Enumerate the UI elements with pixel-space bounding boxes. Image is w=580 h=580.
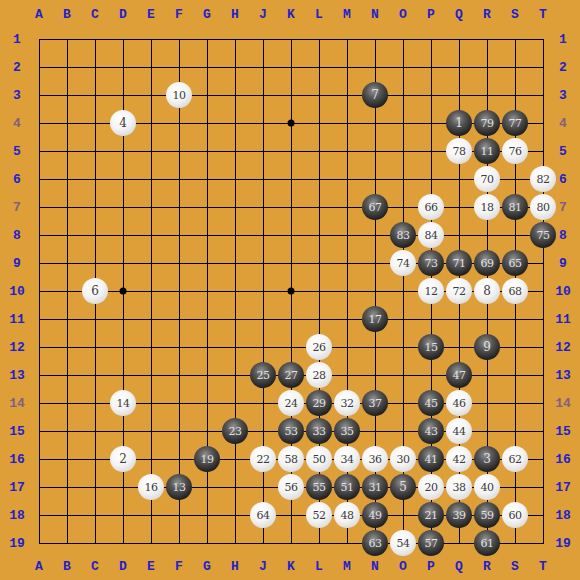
move-number: 61 xyxy=(481,538,494,549)
move-number: 80 xyxy=(537,202,550,213)
stone-white-p10[interactable]: 12 xyxy=(418,278,444,304)
stone-black-g16[interactable]: 19 xyxy=(194,446,220,472)
move-number: 60 xyxy=(509,510,522,521)
row-label-left-13: 13 xyxy=(9,369,25,382)
stone-white-e17[interactable]: 16 xyxy=(138,474,164,500)
col-label-bottom-O: O xyxy=(399,560,407,573)
row-label-right-16: 16 xyxy=(555,453,571,466)
move-number: 45 xyxy=(425,398,438,409)
row-label-right-7: 7 xyxy=(559,201,567,214)
stone-black-r12[interactable]: 9 xyxy=(474,334,500,360)
row-label-left-9: 9 xyxy=(13,257,21,270)
move-number: 56 xyxy=(285,482,298,493)
row-label-left-15: 15 xyxy=(9,425,25,438)
move-number: 5 xyxy=(399,481,407,493)
stone-black-r16[interactable]: 3 xyxy=(474,446,500,472)
stone-white-p7[interactable]: 66 xyxy=(418,194,444,220)
stone-white-j16[interactable]: 22 xyxy=(250,446,276,472)
stone-black-l15[interactable]: 33 xyxy=(306,418,332,444)
col-label-top-Q: Q xyxy=(455,8,463,21)
move-number: 13 xyxy=(173,482,186,493)
move-number: 72 xyxy=(453,286,466,297)
stone-white-q10[interactable]: 72 xyxy=(446,278,472,304)
stone-black-p16[interactable]: 41 xyxy=(418,446,444,472)
row-label-left-18: 18 xyxy=(9,509,25,522)
stone-black-k15[interactable]: 53 xyxy=(278,418,304,444)
col-label-bottom-M: M xyxy=(343,560,351,573)
stone-white-l13[interactable]: 28 xyxy=(306,362,332,388)
move-number: 39 xyxy=(453,510,466,521)
row-label-right-2: 2 xyxy=(559,61,567,74)
row-label-left-2: 2 xyxy=(13,61,21,74)
move-number: 54 xyxy=(397,538,410,549)
stone-white-j18[interactable]: 64 xyxy=(250,502,276,528)
col-label-bottom-C: C xyxy=(91,560,99,573)
star-point-d10 xyxy=(120,288,127,295)
move-number: 38 xyxy=(453,482,466,493)
move-number: 64 xyxy=(257,510,270,521)
row-label-left-4: 4 xyxy=(13,117,21,130)
stone-white-s10[interactable]: 68 xyxy=(502,278,528,304)
col-label-top-G: G xyxy=(203,8,211,21)
stone-black-j13[interactable]: 25 xyxy=(250,362,276,388)
row-label-right-6: 6 xyxy=(559,173,567,186)
stone-white-o9[interactable]: 74 xyxy=(390,250,416,276)
stone-black-o17[interactable]: 5 xyxy=(390,474,416,500)
row-label-left-14: 14 xyxy=(9,397,25,410)
move-number: 12 xyxy=(425,286,438,297)
move-number: 59 xyxy=(481,510,494,521)
stone-white-d4[interactable]: 4 xyxy=(110,110,136,136)
move-number: 74 xyxy=(397,258,410,269)
col-label-top-M: M xyxy=(343,8,351,21)
stone-black-l14[interactable]: 29 xyxy=(306,390,332,416)
move-number: 41 xyxy=(425,454,438,465)
move-number: 9 xyxy=(483,341,491,353)
move-number: 19 xyxy=(201,454,214,465)
col-label-top-H: H xyxy=(231,8,239,21)
stone-black-n17[interactable]: 31 xyxy=(362,474,388,500)
move-number: 63 xyxy=(369,538,382,549)
stone-black-r5[interactable]: 11 xyxy=(474,138,500,164)
move-number: 73 xyxy=(425,258,438,269)
move-number: 67 xyxy=(369,202,382,213)
move-number: 68 xyxy=(509,286,522,297)
stone-white-q16[interactable]: 42 xyxy=(446,446,472,472)
star-point-k4 xyxy=(288,120,295,127)
move-number: 11 xyxy=(481,146,494,157)
move-number: 23 xyxy=(229,426,242,437)
move-number: 48 xyxy=(341,510,354,521)
move-number: 57 xyxy=(425,538,438,549)
col-label-top-E: E xyxy=(147,8,155,21)
col-label-bottom-P: P xyxy=(427,560,435,573)
move-number: 30 xyxy=(397,454,410,465)
move-number: 4 xyxy=(119,117,127,129)
move-number: 46 xyxy=(453,398,466,409)
stone-black-k13[interactable]: 27 xyxy=(278,362,304,388)
move-number: 62 xyxy=(509,454,522,465)
stone-white-l18[interactable]: 52 xyxy=(306,502,332,528)
row-label-left-3: 3 xyxy=(13,89,21,102)
col-label-bottom-K: K xyxy=(287,560,295,573)
col-label-bottom-G: G xyxy=(203,560,211,573)
row-label-left-10: 10 xyxy=(9,285,25,298)
stone-white-q5[interactable]: 78 xyxy=(446,138,472,164)
stone-white-s5[interactable]: 76 xyxy=(502,138,528,164)
stone-white-q15[interactable]: 44 xyxy=(446,418,472,444)
stone-black-n7[interactable]: 67 xyxy=(362,194,388,220)
stone-black-r18[interactable]: 59 xyxy=(474,502,500,528)
move-number: 15 xyxy=(425,342,438,353)
stone-black-h15[interactable]: 23 xyxy=(222,418,248,444)
row-label-left-16: 16 xyxy=(9,453,25,466)
stone-black-q13[interactable]: 47 xyxy=(446,362,472,388)
move-number: 83 xyxy=(397,230,410,241)
col-label-bottom-B: B xyxy=(63,560,71,573)
col-label-top-B: B xyxy=(63,8,71,21)
move-number: 81 xyxy=(509,202,522,213)
col-label-bottom-A: A xyxy=(35,560,43,573)
col-label-top-L: L xyxy=(315,8,323,21)
row-label-left-17: 17 xyxy=(9,481,25,494)
col-label-bottom-F: F xyxy=(175,560,183,573)
stone-black-f17[interactable]: 13 xyxy=(166,474,192,500)
stone-white-k16[interactable]: 58 xyxy=(278,446,304,472)
stone-black-p15[interactable]: 43 xyxy=(418,418,444,444)
stone-black-s7[interactable]: 81 xyxy=(502,194,528,220)
stone-black-n14[interactable]: 37 xyxy=(362,390,388,416)
stone-white-q17[interactable]: 38 xyxy=(446,474,472,500)
row-label-right-17: 17 xyxy=(555,481,571,494)
move-number: 50 xyxy=(313,454,326,465)
col-label-top-F: F xyxy=(175,8,183,21)
move-number: 26 xyxy=(313,342,326,353)
stone-white-m18[interactable]: 48 xyxy=(334,502,360,528)
move-number: 70 xyxy=(481,174,494,185)
stone-white-o19[interactable]: 54 xyxy=(390,530,416,556)
row-label-left-19: 19 xyxy=(9,537,25,550)
move-number: 17 xyxy=(369,314,382,325)
move-number: 18 xyxy=(481,202,494,213)
stone-white-o16[interactable]: 30 xyxy=(390,446,416,472)
col-label-bottom-H: H xyxy=(231,560,239,573)
stone-black-n3[interactable]: 7 xyxy=(362,82,388,108)
move-number: 53 xyxy=(285,426,298,437)
move-number: 51 xyxy=(341,482,354,493)
col-label-bottom-T: T xyxy=(539,560,547,573)
stone-white-s18[interactable]: 60 xyxy=(502,502,528,528)
move-number: 16 xyxy=(145,482,158,493)
row-label-right-13: 13 xyxy=(555,369,571,382)
col-label-bottom-N: N xyxy=(371,560,379,573)
col-label-bottom-Q: Q xyxy=(455,560,463,573)
stone-white-r7[interactable]: 18 xyxy=(474,194,500,220)
stone-black-p19[interactable]: 57 xyxy=(418,530,444,556)
move-number: 43 xyxy=(425,426,438,437)
stone-black-p14[interactable]: 45 xyxy=(418,390,444,416)
stone-white-r17[interactable]: 40 xyxy=(474,474,500,500)
stone-white-m16[interactable]: 34 xyxy=(334,446,360,472)
col-label-bottom-L: L xyxy=(315,560,323,573)
move-number: 3 xyxy=(483,453,491,465)
stone-black-s4[interactable]: 77 xyxy=(502,110,528,136)
row-label-left-8: 8 xyxy=(13,229,21,242)
move-number: 20 xyxy=(425,482,438,493)
move-number: 84 xyxy=(425,230,438,241)
stone-black-t8[interactable]: 75 xyxy=(530,222,556,248)
col-label-top-J: J xyxy=(259,8,267,21)
move-number: 10 xyxy=(173,90,186,101)
row-label-left-1: 1 xyxy=(13,33,21,46)
move-number: 77 xyxy=(509,118,522,129)
stone-white-t7[interactable]: 80 xyxy=(530,194,556,220)
move-number: 1 xyxy=(455,117,463,129)
move-number: 42 xyxy=(453,454,466,465)
col-label-top-P: P xyxy=(427,8,435,21)
row-label-left-7: 7 xyxy=(13,201,21,214)
col-label-top-T: T xyxy=(539,8,547,21)
stone-black-l17[interactable]: 55 xyxy=(306,474,332,500)
move-number: 78 xyxy=(453,146,466,157)
move-number: 32 xyxy=(341,398,354,409)
move-number: 24 xyxy=(285,398,298,409)
row-label-right-9: 9 xyxy=(559,257,567,270)
move-number: 49 xyxy=(369,510,382,521)
col-label-bottom-S: S xyxy=(511,560,519,573)
stone-black-m15[interactable]: 35 xyxy=(334,418,360,444)
stone-white-f3[interactable]: 10 xyxy=(166,82,192,108)
col-label-bottom-R: R xyxy=(483,560,491,573)
move-number: 82 xyxy=(537,174,550,185)
stone-black-m17[interactable]: 51 xyxy=(334,474,360,500)
stone-white-c10[interactable]: 6 xyxy=(82,278,108,304)
move-number: 27 xyxy=(285,370,298,381)
row-label-right-4: 4 xyxy=(559,117,567,130)
stone-black-n18[interactable]: 49 xyxy=(362,502,388,528)
star-point-k10 xyxy=(288,288,295,295)
row-label-right-18: 18 xyxy=(555,509,571,522)
col-label-bottom-J: J xyxy=(259,560,267,573)
stone-black-r19[interactable]: 61 xyxy=(474,530,500,556)
stone-black-r4[interactable]: 79 xyxy=(474,110,500,136)
stone-black-q9[interactable]: 71 xyxy=(446,250,472,276)
move-number: 21 xyxy=(425,510,438,521)
row-label-right-15: 15 xyxy=(555,425,571,438)
stone-white-t6[interactable]: 82 xyxy=(530,166,556,192)
stone-black-q4[interactable]: 1 xyxy=(446,110,472,136)
move-number: 8 xyxy=(483,285,491,297)
stone-white-p8[interactable]: 84 xyxy=(418,222,444,248)
row-label-right-10: 10 xyxy=(555,285,571,298)
stone-white-l16[interactable]: 50 xyxy=(306,446,332,472)
move-number: 34 xyxy=(341,454,354,465)
stone-white-l12[interactable]: 26 xyxy=(306,334,332,360)
stone-white-q14[interactable]: 46 xyxy=(446,390,472,416)
move-number: 2 xyxy=(119,453,127,465)
move-number: 44 xyxy=(453,426,466,437)
stone-black-n19[interactable]: 63 xyxy=(362,530,388,556)
stone-white-p17[interactable]: 20 xyxy=(418,474,444,500)
col-label-top-S: S xyxy=(511,8,519,21)
move-number: 6 xyxy=(91,285,99,297)
move-number: 55 xyxy=(313,482,326,493)
move-number: 36 xyxy=(369,454,382,465)
move-number: 28 xyxy=(313,370,326,381)
stone-white-k17[interactable]: 56 xyxy=(278,474,304,500)
col-label-top-R: R xyxy=(483,8,491,21)
move-number: 76 xyxy=(509,146,522,157)
stone-black-p18[interactable]: 21 xyxy=(418,502,444,528)
row-label-right-8: 8 xyxy=(559,229,567,242)
row-label-left-12: 12 xyxy=(9,341,25,354)
row-label-right-5: 5 xyxy=(559,145,567,158)
col-label-top-D: D xyxy=(119,8,127,21)
row-label-right-3: 3 xyxy=(559,89,567,102)
col-label-top-C: C xyxy=(91,8,99,21)
row-label-right-11: 11 xyxy=(555,313,571,326)
col-label-top-N: N xyxy=(371,8,379,21)
stone-black-q18[interactable]: 39 xyxy=(446,502,472,528)
stone-black-p9[interactable]: 73 xyxy=(418,250,444,276)
row-label-left-5: 5 xyxy=(13,145,21,158)
stone-white-n16[interactable]: 36 xyxy=(362,446,388,472)
move-number: 7 xyxy=(371,89,379,101)
move-number: 31 xyxy=(369,482,382,493)
stone-black-o8[interactable]: 83 xyxy=(390,222,416,248)
move-number: 58 xyxy=(285,454,298,465)
row-label-right-12: 12 xyxy=(555,341,571,354)
move-number: 29 xyxy=(313,398,326,409)
stone-white-s16[interactable]: 62 xyxy=(502,446,528,472)
move-number: 79 xyxy=(481,118,494,129)
row-label-left-11: 11 xyxy=(9,313,25,326)
stone-black-r9[interactable]: 69 xyxy=(474,250,500,276)
row-label-right-19: 19 xyxy=(555,537,571,550)
stone-white-k14[interactable]: 24 xyxy=(278,390,304,416)
col-label-top-O: O xyxy=(399,8,407,21)
move-number: 52 xyxy=(313,510,326,521)
stone-black-p12[interactable]: 15 xyxy=(418,334,444,360)
move-number: 14 xyxy=(117,398,130,409)
row-label-right-1: 1 xyxy=(559,33,567,46)
row-label-left-6: 6 xyxy=(13,173,21,186)
move-number: 66 xyxy=(425,202,438,213)
stone-white-d14[interactable]: 14 xyxy=(110,390,136,416)
stone-white-d16[interactable]: 2 xyxy=(110,446,136,472)
move-number: 25 xyxy=(257,370,270,381)
move-number: 40 xyxy=(481,482,494,493)
stone-white-r10[interactable]: 8 xyxy=(474,278,500,304)
col-label-bottom-D: D xyxy=(119,560,127,573)
move-number: 65 xyxy=(509,258,522,269)
go-board: AABBCCDDEEFFGGHHJJKKLLMMNNOOPPQQRRSSTT11… xyxy=(0,0,580,580)
col-label-top-A: A xyxy=(35,8,43,21)
col-label-bottom-E: E xyxy=(147,560,155,573)
row-label-right-14: 14 xyxy=(555,397,571,410)
move-number: 47 xyxy=(453,370,466,381)
stone-white-r6[interactable]: 70 xyxy=(474,166,500,192)
stone-black-s9[interactable]: 65 xyxy=(502,250,528,276)
move-number: 35 xyxy=(341,426,354,437)
stone-white-m14[interactable]: 32 xyxy=(334,390,360,416)
move-number: 71 xyxy=(453,258,466,269)
col-label-top-K: K xyxy=(287,8,295,21)
stone-black-n11[interactable]: 17 xyxy=(362,306,388,332)
move-number: 69 xyxy=(481,258,494,269)
move-number: 33 xyxy=(313,426,326,437)
move-number: 22 xyxy=(257,454,270,465)
move-number: 75 xyxy=(537,230,550,241)
move-number: 37 xyxy=(369,398,382,409)
